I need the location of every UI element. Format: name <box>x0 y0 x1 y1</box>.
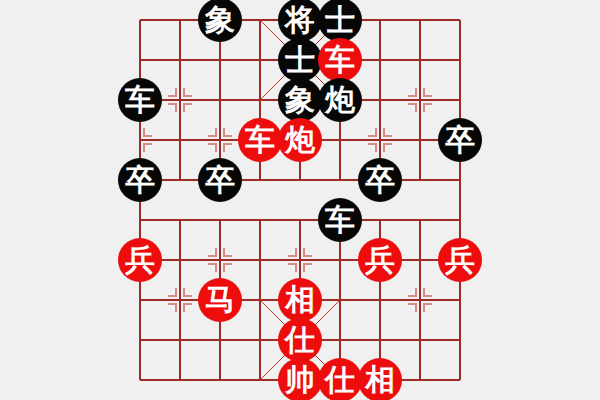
board-point-g3[interactable] <box>360 120 400 160</box>
board-point-f4[interactable] <box>320 160 360 200</box>
piece-black-advisor[interactable]: 士 <box>318 0 362 42</box>
board-point-b2[interactable] <box>160 80 200 120</box>
board-point-c2[interactable] <box>200 80 240 120</box>
board-point-b3[interactable] <box>160 120 200 160</box>
board-point-c9[interactable] <box>200 360 240 400</box>
xiangqi-app: 象将士士车车象炮车炮卒卒卒卒车兵兵兵马相仕帅仕相 <box>0 0 600 400</box>
board-point-d4[interactable] <box>240 160 280 200</box>
board-point-g0[interactable] <box>360 0 400 40</box>
board-point-c8[interactable] <box>200 320 240 360</box>
board-point-a2[interactable]: 车 <box>120 80 160 120</box>
board-point-g4[interactable]: 卒 <box>360 160 400 200</box>
board-point-f5[interactable]: 车 <box>320 200 360 240</box>
piece-red-horse[interactable]: 马 <box>198 278 242 322</box>
board-point-e3[interactable]: 炮 <box>280 120 320 160</box>
board-point-c7[interactable]: 马 <box>200 280 240 320</box>
board-point-e4[interactable] <box>280 160 320 200</box>
piece-black-advisor[interactable]: 士 <box>278 38 322 82</box>
board-point-i3[interactable]: 卒 <box>440 120 480 160</box>
board-point-e7[interactable]: 相 <box>280 280 320 320</box>
board-point-b5[interactable] <box>160 200 200 240</box>
board-point-d8[interactable] <box>240 320 280 360</box>
piece-black-soldier[interactable]: 卒 <box>198 158 242 202</box>
board-point-h2[interactable] <box>400 80 440 120</box>
board-point-a7[interactable] <box>120 280 160 320</box>
piece-black-general[interactable]: 将 <box>278 0 322 42</box>
board-point-i5[interactable] <box>440 200 480 240</box>
board-point-e0[interactable]: 将 <box>280 0 320 40</box>
board-point-c0[interactable]: 象 <box>200 0 240 40</box>
board-point-a4[interactable]: 卒 <box>120 160 160 200</box>
board-point-f8[interactable] <box>320 320 360 360</box>
board-point-b6[interactable] <box>160 240 200 280</box>
board-point-i0[interactable] <box>440 0 480 40</box>
board-point-h5[interactable] <box>400 200 440 240</box>
board-point-a9[interactable] <box>120 360 160 400</box>
piece-black-elephant[interactable]: 象 <box>198 0 242 42</box>
board-point-e6[interactable] <box>280 240 320 280</box>
board-point-h1[interactable] <box>400 40 440 80</box>
board-point-b8[interactable] <box>160 320 200 360</box>
xiangqi-board[interactable]: 象将士士车车象炮车炮卒卒卒卒车兵兵兵马相仕帅仕相 <box>120 0 480 400</box>
piece-red-elephant[interactable]: 相 <box>358 358 402 400</box>
board-point-c6[interactable] <box>200 240 240 280</box>
board-point-a1[interactable] <box>120 40 160 80</box>
board-point-d2[interactable] <box>240 80 280 120</box>
board-point-a5[interactable] <box>120 200 160 240</box>
piece-black-soldier[interactable]: 卒 <box>118 158 162 202</box>
board-point-d3[interactable]: 车 <box>240 120 280 160</box>
board-point-a6[interactable]: 兵 <box>120 240 160 280</box>
board-point-c1[interactable] <box>200 40 240 80</box>
board-point-c4[interactable]: 卒 <box>200 160 240 200</box>
board-point-a0[interactable] <box>120 0 160 40</box>
board-point-f7[interactable] <box>320 280 360 320</box>
board-point-c5[interactable] <box>200 200 240 240</box>
piece-red-soldier[interactable]: 兵 <box>118 238 162 282</box>
board-point-d5[interactable] <box>240 200 280 240</box>
board-point-h4[interactable] <box>400 160 440 200</box>
piece-red-advisor[interactable]: 仕 <box>278 318 322 362</box>
board-point-h6[interactable] <box>400 240 440 280</box>
board-point-e9[interactable]: 帅 <box>280 360 320 400</box>
board-point-d1[interactable] <box>240 40 280 80</box>
piece-black-cannon[interactable]: 炮 <box>318 78 362 122</box>
board-point-g2[interactable] <box>360 80 400 120</box>
piece-black-chariot[interactable]: 车 <box>118 78 162 122</box>
board-point-i1[interactable] <box>440 40 480 80</box>
board-point-b9[interactable] <box>160 360 200 400</box>
board-point-i7[interactable] <box>440 280 480 320</box>
board-point-e8[interactable]: 仕 <box>280 320 320 360</box>
piece-black-elephant[interactable]: 象 <box>278 78 322 122</box>
board-point-d9[interactable] <box>240 360 280 400</box>
board-point-b1[interactable] <box>160 40 200 80</box>
board-point-g8[interactable] <box>360 320 400 360</box>
board-point-b4[interactable] <box>160 160 200 200</box>
board-point-d0[interactable] <box>240 0 280 40</box>
piece-red-chariot[interactable]: 车 <box>238 118 282 162</box>
board-point-b7[interactable] <box>160 280 200 320</box>
board-point-f3[interactable] <box>320 120 360 160</box>
piece-black-soldier[interactable]: 卒 <box>438 118 482 162</box>
piece-red-soldier[interactable]: 兵 <box>358 238 402 282</box>
board-point-d6[interactable] <box>240 240 280 280</box>
board-point-h9[interactable] <box>400 360 440 400</box>
board-point-g5[interactable] <box>360 200 400 240</box>
board-point-e2[interactable]: 象 <box>280 80 320 120</box>
board-point-g9[interactable]: 相 <box>360 360 400 400</box>
board-point-f2[interactable]: 炮 <box>320 80 360 120</box>
board-point-i9[interactable] <box>440 360 480 400</box>
board-point-b0[interactable] <box>160 0 200 40</box>
board-point-g6[interactable]: 兵 <box>360 240 400 280</box>
piece-red-cannon[interactable]: 炮 <box>278 118 322 162</box>
board-point-f9[interactable]: 仕 <box>320 360 360 400</box>
piece-red-soldier[interactable]: 兵 <box>438 238 482 282</box>
board-point-i8[interactable] <box>440 320 480 360</box>
board-point-e1[interactable]: 士 <box>280 40 320 80</box>
board-point-c3[interactable] <box>200 120 240 160</box>
board-point-d7[interactable] <box>240 280 280 320</box>
board-point-h0[interactable] <box>400 0 440 40</box>
piece-black-soldier[interactable]: 卒 <box>358 158 402 202</box>
board-point-a8[interactable] <box>120 320 160 360</box>
board-point-h7[interactable] <box>400 280 440 320</box>
piece-red-chariot[interactable]: 车 <box>318 38 362 82</box>
board-point-g1[interactable] <box>360 40 400 80</box>
board-point-i4[interactable] <box>440 160 480 200</box>
board-point-h3[interactable] <box>400 120 440 160</box>
board-point-f0[interactable]: 士 <box>320 0 360 40</box>
piece-red-elephant[interactable]: 相 <box>278 278 322 322</box>
board-point-a3[interactable] <box>120 120 160 160</box>
board-point-g7[interactable] <box>360 280 400 320</box>
board-point-e5[interactable] <box>280 200 320 240</box>
board-point-h8[interactable] <box>400 320 440 360</box>
piece-red-advisor[interactable]: 仕 <box>318 358 362 400</box>
board-point-i6[interactable]: 兵 <box>440 240 480 280</box>
board-point-f6[interactable] <box>320 240 360 280</box>
board-point-i2[interactable] <box>440 80 480 120</box>
board-point-f1[interactable]: 车 <box>320 40 360 80</box>
piece-red-general[interactable]: 帅 <box>278 358 322 400</box>
piece-black-chariot[interactable]: 车 <box>318 198 362 242</box>
